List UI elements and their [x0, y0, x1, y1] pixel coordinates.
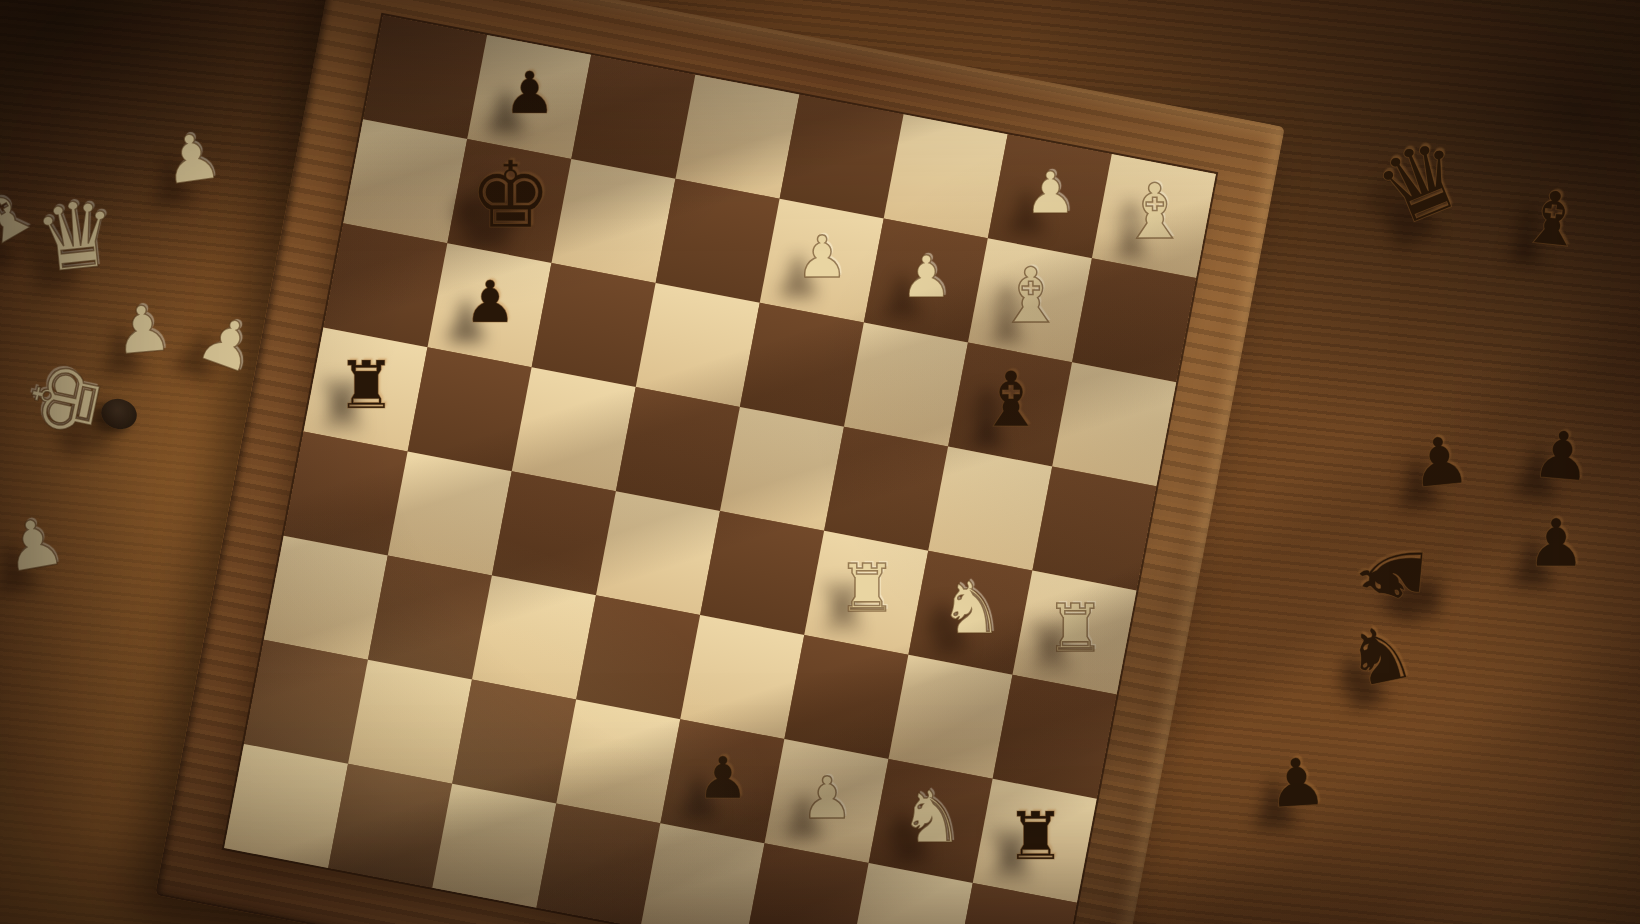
square-f4[interactable]: ♜	[804, 531, 928, 655]
square-d6[interactable]	[636, 283, 760, 407]
captured-white-pawn-7[interactable]: ♟	[0, 508, 69, 583]
piece-black-king-b7[interactable]: ♚	[469, 150, 551, 242]
square-a4[interactable]	[284, 432, 408, 556]
square-f6[interactable]	[844, 323, 968, 447]
square-b2[interactable]	[348, 660, 472, 784]
square-c6[interactable]	[532, 263, 656, 387]
piece-white-rook-h4[interactable]: ♜	[1046, 596, 1105, 662]
square-d7[interactable]	[656, 179, 780, 303]
square-a6[interactable]	[323, 223, 447, 347]
square-f3[interactable]	[784, 635, 908, 759]
square-d5[interactable]	[616, 387, 740, 511]
piece-black-rook-h2[interactable]: ♜	[1006, 804, 1065, 870]
chess-board: ♟♟♝♚♟♟♝♟♝♜♜♞♜♟♟♞♜	[155, 0, 1285, 924]
square-d1[interactable]	[536, 804, 660, 924]
square-h7[interactable]	[1072, 258, 1196, 382]
square-c3[interactable]	[472, 575, 596, 699]
captured-black-pawn-5[interactable]: ♟	[1526, 511, 1585, 577]
piece-black-pawn-e2[interactable]: ♟	[697, 749, 749, 807]
square-a5[interactable]: ♜	[304, 327, 428, 451]
square-h6[interactable]	[1052, 362, 1176, 486]
square-e5[interactable]	[720, 407, 844, 531]
square-h3[interactable]	[993, 675, 1117, 799]
square-g4[interactable]: ♞	[908, 551, 1032, 675]
square-h8[interactable]: ♝	[1092, 154, 1216, 278]
board-grid: ♟♟♝♚♟♟♝♟♝♜♜♞♜♟♟♞♜	[224, 15, 1216, 924]
piece-white-knight-g4[interactable]: ♞	[939, 572, 1004, 644]
square-g5[interactable]	[928, 447, 1052, 571]
square-b4[interactable]	[388, 451, 512, 575]
square-f5[interactable]	[824, 427, 948, 551]
square-e3[interactable]	[680, 615, 804, 739]
piece-black-rook-a5[interactable]: ♜	[337, 353, 396, 419]
piece-white-pawn-f7[interactable]: ♟	[900, 248, 952, 306]
captured-black-bishop-2[interactable]: ♝	[1516, 178, 1590, 259]
square-g6[interactable]: ♝	[948, 342, 1072, 466]
square-d8[interactable]	[675, 75, 799, 199]
captured-black-pawn-3[interactable]: ♟	[1407, 427, 1473, 499]
square-c4[interactable]	[492, 471, 616, 595]
square-a3[interactable]	[264, 536, 388, 660]
square-c7[interactable]	[551, 159, 675, 283]
square-b5[interactable]	[408, 347, 532, 471]
square-e2[interactable]: ♟	[660, 719, 784, 843]
captured-white-pawn-2[interactable]: ♟	[159, 123, 225, 194]
square-c8[interactable]	[571, 55, 695, 179]
captured-black-knight-6[interactable]: ♞	[1347, 533, 1437, 615]
square-c5[interactable]	[512, 367, 636, 491]
piece-black-bishop-g6[interactable]: ♝	[977, 362, 1045, 438]
captured-black-pawn-8[interactable]: ♟	[1265, 749, 1329, 819]
piece-white-rook-f4[interactable]: ♜	[837, 556, 896, 622]
square-g8[interactable]: ♟	[988, 134, 1112, 258]
square-e6[interactable]	[740, 303, 864, 427]
square-d3[interactable]	[576, 595, 700, 719]
piece-white-bishop-h8[interactable]: ♝	[1121, 174, 1189, 250]
square-g7[interactable]: ♝	[968, 238, 1092, 362]
square-f8[interactable]	[884, 114, 1008, 238]
square-f7[interactable]: ♟	[864, 218, 988, 342]
square-h4[interactable]: ♜	[1013, 571, 1137, 695]
square-d2[interactable]	[556, 699, 680, 823]
square-h5[interactable]	[1032, 466, 1156, 590]
piece-white-pawn-g8[interactable]: ♟	[1024, 164, 1076, 222]
piece-white-pawn-f2[interactable]: ♟	[801, 769, 853, 827]
captured-white-queen-3[interactable]: ♛	[30, 187, 122, 287]
square-b8[interactable]: ♟	[467, 35, 591, 159]
square-a2[interactable]	[244, 640, 368, 764]
square-c1[interactable]	[432, 784, 556, 908]
captured-black-pawn-4[interactable]: ♟	[1530, 421, 1595, 492]
piece-black-pawn-b6[interactable]: ♟	[464, 273, 516, 331]
square-b6[interactable]: ♟	[427, 243, 551, 367]
captured-white-king-6[interactable]: ♚	[15, 352, 117, 447]
square-h2[interactable]: ♜	[973, 779, 1097, 903]
square-b1[interactable]	[328, 764, 452, 888]
piece-black-pawn-b8[interactable]: ♟	[504, 64, 556, 122]
piece-white-knight-g2[interactable]: ♞	[899, 781, 964, 853]
square-g3[interactable]	[889, 655, 1013, 779]
square-g2[interactable]: ♞	[869, 759, 993, 883]
piece-white-bishop-g7[interactable]: ♝	[997, 258, 1065, 334]
square-b3[interactable]	[368, 556, 492, 680]
stage: ♟♟♝♚♟♟♝♟♝♜♜♞♜♟♟♞♜ ♝♟♛♟♟♚♟♛♝♟♟♟♞♞♟	[0, 0, 1640, 924]
square-d4[interactable]	[596, 491, 720, 615]
square-c2[interactable]	[452, 680, 576, 804]
square-e8[interactable]	[780, 95, 904, 219]
piece-white-pawn-e7[interactable]: ♟	[796, 228, 848, 286]
captured-black-queen-1[interactable]: ♛	[1363, 123, 1479, 244]
square-e4[interactable]	[700, 511, 824, 635]
square-a1[interactable]	[224, 744, 348, 868]
square-a8[interactable]	[363, 15, 487, 139]
square-e7[interactable]: ♟	[760, 199, 884, 323]
square-f2[interactable]: ♟	[765, 739, 889, 863]
square-a7[interactable]	[343, 119, 467, 243]
captured-white-pawn-4[interactable]: ♟	[112, 295, 175, 364]
square-b7[interactable]: ♚	[447, 139, 571, 263]
captured-black-knight-7[interactable]: ♞	[1339, 612, 1421, 701]
